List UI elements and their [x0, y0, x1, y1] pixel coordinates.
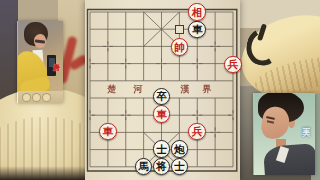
pieces-layer: 相車帥兵卒車車兵士炮馬将士 — [81, 3, 242, 175]
left-player-name-tag: 唐丹 — [51, 57, 61, 59]
piece-black-general[interactable]: 将 — [153, 158, 171, 176]
carved-character-icon — [244, 22, 279, 64]
blurred-piece — [22, 93, 31, 102]
piece-red-elephant[interactable]: 相 — [188, 3, 206, 21]
background-bottom-shadow — [0, 166, 92, 180]
piece-red-chariot[interactable]: 車 — [99, 123, 117, 141]
piece-red-soldier[interactable]: 兵 — [188, 123, 206, 141]
last-move-from-marker — [175, 25, 185, 35]
right-player-photo: 王天一 — [253, 93, 315, 175]
piece-black-advisor[interactable]: 士 — [171, 158, 189, 176]
piece-black-cannon[interactable]: 炮 — [171, 140, 189, 158]
piece-black-chariot[interactable]: 車 — [188, 21, 206, 39]
piece-red-chariot[interactable]: 車 — [153, 105, 171, 123]
piece-red-soldier[interactable]: 兵 — [224, 56, 242, 74]
blurred-piece — [42, 93, 51, 102]
piece-black-advisor[interactable]: 士 — [153, 140, 171, 158]
blurred-piece — [32, 93, 41, 102]
piece-black-horse[interactable]: 馬 — [135, 158, 153, 176]
right-player-name-tag: 王天一 — [301, 121, 312, 127]
video-frame: 楚 河 漢 界 相車帥兵卒車車兵士炮馬将士 唐丹 王天一 — [0, 0, 320, 180]
piece-black-soldier[interactable]: 卒 — [153, 88, 171, 106]
left-player-photo: 唐丹 — [17, 21, 63, 103]
piece-red-general[interactable]: 帥 — [171, 38, 189, 56]
game-clock-screen — [49, 58, 55, 67]
